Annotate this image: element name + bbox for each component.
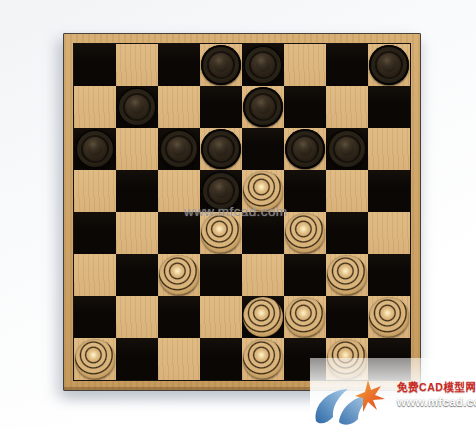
square-r5c8: [368, 212, 410, 254]
square-r3c4: [200, 128, 242, 170]
square-r3c3: [158, 128, 200, 170]
square-r8c3: [158, 338, 200, 380]
watermark-chinese-text: 免费CAD模型网: [397, 380, 469, 395]
watermark-url-text: www.mfcad.com: [397, 396, 475, 408]
dark-checker-piece: [243, 45, 283, 85]
dark-checker-piece: [159, 129, 199, 169]
square-r2c7: [326, 86, 368, 128]
light-checker-piece: [285, 297, 325, 337]
square-r1c7: [326, 44, 368, 86]
square-r8c5: [242, 338, 284, 380]
dark-checker-piece: [327, 129, 367, 169]
square-r3c8: [368, 128, 410, 170]
square-r1c8: [368, 44, 410, 86]
square-r5c2: [116, 212, 158, 254]
light-checker-piece: [369, 297, 409, 337]
square-r6c4: [200, 254, 242, 296]
square-r7c7: [326, 296, 368, 338]
light-checker-piece: [159, 255, 199, 295]
square-r7c4: [200, 296, 242, 338]
square-r1c1: [74, 44, 116, 86]
dark-checker-piece: [117, 87, 157, 127]
light-checker-piece: [243, 339, 283, 379]
light-checker-piece: [243, 297, 283, 337]
square-r2c2: [116, 86, 158, 128]
light-checker-piece: [75, 339, 115, 379]
square-r7c8: [368, 296, 410, 338]
dark-checker-piece: [369, 45, 409, 85]
square-r7c3: [158, 296, 200, 338]
square-r8c4: [200, 338, 242, 380]
square-r3c2: [116, 128, 158, 170]
square-r8c1: [74, 338, 116, 380]
dark-checker-piece: [285, 129, 325, 169]
square-r3c5: [242, 128, 284, 170]
square-r3c6: [284, 128, 326, 170]
center-watermark-text: www.mfcad.com: [184, 204, 294, 219]
square-r2c3: [158, 86, 200, 128]
square-r7c1: [74, 296, 116, 338]
light-checker-piece: [327, 255, 367, 295]
square-r7c2: [116, 296, 158, 338]
dark-checker-piece: [75, 129, 115, 169]
square-r4c2: [116, 170, 158, 212]
square-r2c8: [368, 86, 410, 128]
square-r2c6: [284, 86, 326, 128]
square-r4c8: [368, 170, 410, 212]
square-r6c7: [326, 254, 368, 296]
square-r4c1: [74, 170, 116, 212]
square-r3c7: [326, 128, 368, 170]
square-r6c6: [284, 254, 326, 296]
square-r1c3: [158, 44, 200, 86]
dark-checker-piece: [201, 45, 241, 85]
square-r2c5: [242, 86, 284, 128]
square-r5c1: [74, 212, 116, 254]
square-r7c5: [242, 296, 284, 338]
square-r6c2: [116, 254, 158, 296]
light-checker-piece: [201, 213, 241, 253]
square-r6c5: [242, 254, 284, 296]
square-r3c1: [74, 128, 116, 170]
dark-checker-piece: [243, 87, 283, 127]
square-r4c7: [326, 170, 368, 212]
square-r1c6: [284, 44, 326, 86]
square-r7c6: [284, 296, 326, 338]
square-r1c5: [242, 44, 284, 86]
square-r8c2: [116, 338, 158, 380]
square-r6c1: [74, 254, 116, 296]
square-r1c4: [200, 44, 242, 86]
watermark-panel: 免费CAD模型网 www.mfcad.com: [310, 358, 476, 429]
square-r5c7: [326, 212, 368, 254]
square-r6c3: [158, 254, 200, 296]
square-r2c4: [200, 86, 242, 128]
light-checker-piece: [285, 213, 325, 253]
square-r6c8: [368, 254, 410, 296]
dark-checker-piece: [201, 129, 241, 169]
mfcad-logo-icon: [311, 379, 401, 427]
square-r1c2: [116, 44, 158, 86]
square-r2c1: [74, 86, 116, 128]
